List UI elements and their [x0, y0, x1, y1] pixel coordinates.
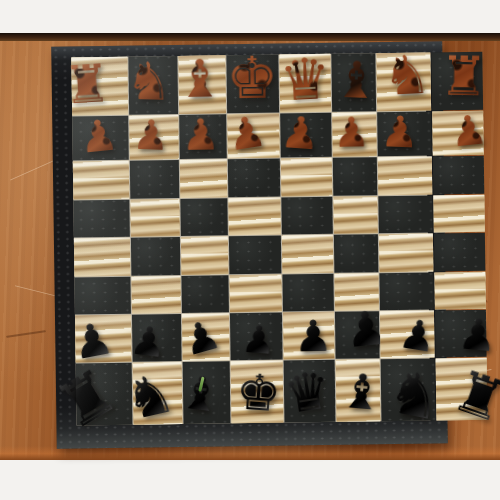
square-e8[interactable]: ♚	[230, 361, 283, 424]
square-e4[interactable]	[228, 197, 281, 235]
square-h1[interactable]: ♜	[71, 57, 127, 116]
square-d2[interactable]: ♟	[280, 113, 332, 158]
white-rook[interactable]: ♜	[63, 57, 113, 112]
square-a3[interactable]	[433, 156, 485, 194]
black-king[interactable]: ♚	[234, 366, 282, 419]
white-bishop[interactable]: ♝	[176, 52, 223, 105]
square-d3[interactable]	[280, 158, 332, 196]
wood-scratch	[10, 158, 58, 180]
square-g7[interactable]: ♟	[132, 314, 182, 362]
square-a1[interactable]: ♜	[432, 52, 484, 111]
square-c5[interactable]	[334, 234, 379, 272]
square-a7[interactable]: ♟	[435, 310, 487, 358]
white-bishop[interactable]: ♝	[332, 55, 379, 107]
white-pawn[interactable]: ♟	[77, 113, 120, 160]
square-d1[interactable]: ♛	[279, 54, 331, 113]
square-a2[interactable]: ♟	[432, 111, 484, 156]
white-king[interactable]: ♚	[226, 49, 279, 108]
white-pawn[interactable]: ♟	[132, 114, 170, 156]
square-g6[interactable]	[131, 275, 181, 313]
square-c3[interactable]	[332, 157, 377, 195]
chess-board-squares: ♜♞♝♚♛♝♞♜♟♟♟♟♟♟♟♟♟♟♟♟♟♟♟♟♜♞♝♚♛♝♞♜	[71, 53, 430, 426]
white-pawn[interactable]: ♟	[449, 109, 490, 154]
square-a6[interactable]	[435, 271, 487, 309]
black-pawn[interactable]: ♟	[456, 312, 498, 358]
square-b7[interactable]: ♟	[380, 310, 434, 358]
square-h2[interactable]: ♟	[72, 116, 128, 161]
square-e7[interactable]: ♟	[229, 313, 282, 361]
square-c1[interactable]: ♝	[331, 53, 377, 112]
black-pawn[interactable]: ♟	[294, 315, 333, 359]
white-rook[interactable]: ♜	[439, 49, 489, 104]
black-bishop[interactable]: ♝	[177, 368, 224, 419]
square-g2[interactable]: ♟	[129, 115, 179, 160]
white-knight[interactable]: ♞	[382, 48, 433, 104]
square-h4[interactable]	[73, 199, 129, 237]
square-e5[interactable]	[228, 236, 281, 274]
square-h6[interactable]	[74, 276, 130, 314]
square-f3[interactable]	[180, 159, 227, 197]
square-b1[interactable]: ♞	[377, 52, 432, 111]
square-g1[interactable]: ♞	[128, 56, 178, 115]
square-e6[interactable]	[229, 274, 282, 312]
square-f4[interactable]	[180, 198, 227, 236]
white-pawn[interactable]: ♟	[333, 112, 370, 154]
white-knight[interactable]: ♞	[125, 55, 173, 108]
square-h5[interactable]	[74, 238, 130, 276]
black-queen[interactable]: ♛	[280, 363, 334, 422]
square-f2[interactable]: ♟	[179, 114, 226, 159]
square-d4[interactable]	[281, 196, 333, 234]
square-d8[interactable]: ♛	[283, 360, 335, 423]
square-g8[interactable]: ♞	[132, 362, 182, 425]
square-h3[interactable]	[73, 161, 129, 199]
photo-scene: ♜♞♝♚♛♝♞♜♟♟♟♟♟♟♟♟♟♟♟♟♟♟♟♟♜♞♝♚♛♝♞♜	[0, 0, 500, 500]
black-pawn[interactable]: ♟	[396, 313, 439, 359]
square-a5[interactable]	[434, 233, 486, 271]
square-d7[interactable]: ♟	[282, 312, 334, 360]
black-rook[interactable]: ♜	[47, 358, 126, 440]
square-c4[interactable]	[333, 196, 378, 234]
square-a8[interactable]: ♜	[436, 358, 488, 421]
square-a4[interactable]	[434, 194, 486, 232]
black-rook[interactable]: ♜	[446, 360, 500, 431]
black-bishop[interactable]: ♝	[338, 366, 385, 418]
white-pawn[interactable]: ♟	[225, 109, 270, 157]
square-d6[interactable]	[282, 273, 334, 311]
square-f5[interactable]	[181, 236, 228, 274]
square-d5[interactable]	[281, 235, 333, 273]
table-back-edge	[0, 33, 500, 41]
white-pawn[interactable]: ♟	[181, 113, 220, 157]
square-g3[interactable]	[129, 160, 179, 198]
square-b5[interactable]	[379, 233, 433, 271]
square-f8[interactable]: ♝	[183, 361, 230, 424]
black-pawn[interactable]: ♟	[178, 313, 225, 362]
square-c2[interactable]: ♟	[332, 112, 377, 157]
square-e1[interactable]: ♚	[226, 55, 279, 114]
square-h7[interactable]: ♟	[75, 315, 131, 363]
black-pawn[interactable]: ♟	[240, 319, 277, 359]
square-b4[interactable]	[379, 195, 433, 233]
square-f1[interactable]: ♝	[178, 55, 225, 114]
square-e3[interactable]	[227, 159, 280, 197]
white-queen[interactable]: ♛	[278, 49, 332, 108]
chess-board: ♜♞♝♚♛♝♞♜♟♟♟♟♟♟♟♟♟♟♟♟♟♟♟♟♜♞♝♚♛♝♞♜	[51, 41, 448, 448]
black-pawn[interactable]: ♟	[128, 319, 169, 363]
square-e2[interactable]: ♟	[227, 114, 280, 159]
square-b8[interactable]: ♞	[381, 358, 436, 421]
square-f6[interactable]	[181, 275, 228, 313]
square-g5[interactable]	[130, 237, 180, 275]
square-f7[interactable]: ♟	[182, 313, 229, 361]
square-g4[interactable]	[130, 198, 180, 236]
white-pawn[interactable]: ♟	[380, 110, 420, 154]
square-c8[interactable]: ♝	[335, 359, 381, 422]
square-c7[interactable]: ♟	[335, 311, 380, 359]
square-b3[interactable]	[378, 156, 432, 194]
wood-scratch	[6, 330, 46, 338]
white-pawn[interactable]: ♟	[279, 110, 322, 157]
square-b6[interactable]	[380, 272, 434, 310]
square-b2[interactable]: ♟	[378, 111, 432, 156]
